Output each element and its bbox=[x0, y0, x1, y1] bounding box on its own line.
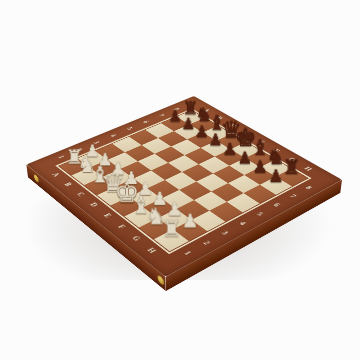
brass-clasp-corner bbox=[157, 274, 164, 287]
file-label-bottom-C: C bbox=[70, 188, 92, 201]
piece-black-pawn[interactable]: ♟ bbox=[262, 168, 291, 185]
rank-label-right-4: 4 bbox=[231, 216, 254, 230]
rank-label-left-6: 6 bbox=[136, 117, 155, 127]
product-photo-scene: AABBCCDDEEFFGGHH1122334455667788♜♞♝♛♚♝♞♜… bbox=[0, 0, 360, 360]
rank-label-right-5: 5 bbox=[249, 207, 272, 221]
rank-label-right-7: 7 bbox=[282, 190, 304, 203]
file-label-bottom-E: E bbox=[97, 209, 119, 223]
brass-clasp-left bbox=[34, 173, 40, 183]
rank-label-right-1: 1 bbox=[176, 245, 200, 261]
piece-white-rook[interactable]: ♜ bbox=[156, 218, 187, 240]
file-label-bottom-A: A bbox=[46, 169, 67, 181]
file-label-bottom-D: D bbox=[83, 198, 105, 211]
rank-label-right-6: 6 bbox=[266, 198, 289, 211]
file-label-bottom-B: B bbox=[58, 178, 79, 190]
file-label-bottom-G: G bbox=[125, 231, 148, 246]
file-label-bottom-H: H bbox=[140, 243, 164, 258]
file-label-bottom-F: F bbox=[111, 220, 134, 234]
rank-label-right-8: 8 bbox=[298, 181, 320, 194]
rank-label-right-3: 3 bbox=[214, 225, 237, 240]
rank-label-right-2: 2 bbox=[195, 235, 219, 250]
rank-label-left-5: 5 bbox=[120, 123, 139, 133]
